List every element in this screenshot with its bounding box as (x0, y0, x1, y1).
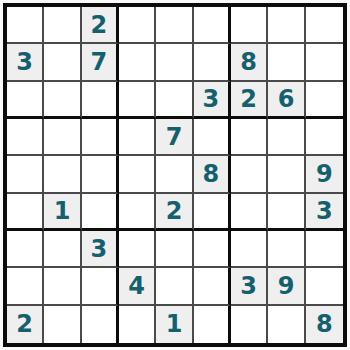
cell-r9c3[interactable] (82, 306, 119, 343)
cell-r3c8[interactable]: 6 (268, 82, 305, 119)
cell-r4c1[interactable] (7, 119, 44, 156)
cell-r7c2[interactable] (44, 231, 81, 268)
cell-r1c2[interactable] (44, 7, 81, 44)
cell-r8c4[interactable]: 4 (119, 268, 156, 305)
cell-r9c9[interactable]: 8 (306, 306, 343, 343)
cell-r1c9[interactable] (306, 7, 343, 44)
cell-r3c3[interactable] (82, 82, 119, 119)
cell-r9c4[interactable] (119, 306, 156, 343)
cell-r1c8[interactable] (268, 7, 305, 44)
cell-r9c5[interactable]: 1 (156, 306, 193, 343)
cell-r5c8[interactable] (268, 156, 305, 193)
cell-r9c2[interactable] (44, 306, 81, 343)
sudoku-board: 23783267891233439218 (3, 3, 347, 347)
given-digit: 7 (90, 50, 107, 74)
cell-r8c6[interactable] (194, 268, 231, 305)
given-digit: 2 (16, 312, 33, 336)
cell-r6c9[interactable]: 3 (306, 194, 343, 231)
cell-r5c9[interactable]: 9 (306, 156, 343, 193)
cell-r2c8[interactable] (268, 44, 305, 81)
cell-r2c1[interactable]: 3 (7, 44, 44, 81)
cell-r6c3[interactable] (82, 194, 119, 231)
cell-r9c8[interactable] (268, 306, 305, 343)
cell-r5c6[interactable]: 8 (194, 156, 231, 193)
cell-r5c2[interactable] (44, 156, 81, 193)
cell-r6c5[interactable]: 2 (156, 194, 193, 231)
cell-r1c1[interactable] (7, 7, 44, 44)
cell-r4c3[interactable] (82, 119, 119, 156)
given-digit: 9 (316, 162, 333, 186)
given-digit: 2 (166, 199, 183, 223)
cell-r2c2[interactable] (44, 44, 81, 81)
cell-r5c4[interactable] (119, 156, 156, 193)
cell-r5c5[interactable] (156, 156, 193, 193)
cell-r3c7[interactable]: 2 (231, 82, 268, 119)
cell-r7c4[interactable] (119, 231, 156, 268)
cell-r4c6[interactable] (194, 119, 231, 156)
cell-r7c1[interactable] (7, 231, 44, 268)
cell-r2c5[interactable] (156, 44, 193, 81)
cell-r1c7[interactable] (231, 7, 268, 44)
cell-r2c3[interactable]: 7 (82, 44, 119, 81)
cell-r4c9[interactable] (306, 119, 343, 156)
cell-r7c9[interactable] (306, 231, 343, 268)
cell-r8c3[interactable] (82, 268, 119, 305)
cell-r8c9[interactable] (306, 268, 343, 305)
cell-r9c6[interactable] (194, 306, 231, 343)
cell-r4c4[interactable] (119, 119, 156, 156)
given-digit: 1 (54, 199, 71, 223)
cell-r6c6[interactable] (194, 194, 231, 231)
cell-r3c4[interactable] (119, 82, 156, 119)
cell-r4c8[interactable] (268, 119, 305, 156)
cell-r6c1[interactable] (7, 194, 44, 231)
cell-r7c6[interactable] (194, 231, 231, 268)
cell-r7c5[interactable] (156, 231, 193, 268)
given-digit: 6 (278, 87, 295, 111)
cell-r2c7[interactable]: 8 (231, 44, 268, 81)
given-digit: 2 (90, 13, 107, 37)
cell-r8c1[interactable] (7, 268, 44, 305)
given-digit: 8 (240, 50, 257, 74)
cell-r3c2[interactable] (44, 82, 81, 119)
given-digit: 3 (202, 87, 219, 111)
cell-r7c7[interactable] (231, 231, 268, 268)
cell-r5c3[interactable] (82, 156, 119, 193)
cell-r6c2[interactable]: 1 (44, 194, 81, 231)
given-digit: 9 (278, 274, 295, 298)
cell-r1c3[interactable]: 2 (82, 7, 119, 44)
cell-r8c7[interactable]: 3 (231, 268, 268, 305)
cell-r7c8[interactable] (268, 231, 305, 268)
cell-r3c9[interactable] (306, 82, 343, 119)
cell-r3c1[interactable] (7, 82, 44, 119)
cell-r4c5[interactable]: 7 (156, 119, 193, 156)
given-digit: 3 (90, 237, 107, 261)
cell-r2c6[interactable] (194, 44, 231, 81)
given-digit: 8 (316, 312, 333, 336)
cell-r3c6[interactable]: 3 (194, 82, 231, 119)
cell-r6c4[interactable] (119, 194, 156, 231)
given-digit: 8 (202, 162, 219, 186)
cell-r8c5[interactable] (156, 268, 193, 305)
cell-r4c2[interactable] (44, 119, 81, 156)
given-digit: 3 (240, 274, 257, 298)
given-digit: 3 (16, 50, 33, 74)
cell-r5c1[interactable] (7, 156, 44, 193)
cell-r1c6[interactable] (194, 7, 231, 44)
cell-r8c2[interactable] (44, 268, 81, 305)
cell-r5c7[interactable] (231, 156, 268, 193)
cell-r6c7[interactable] (231, 194, 268, 231)
cell-r8c8[interactable]: 9 (268, 268, 305, 305)
cell-r1c5[interactable] (156, 7, 193, 44)
cell-r2c4[interactable] (119, 44, 156, 81)
cell-r6c8[interactable] (268, 194, 305, 231)
cell-r4c7[interactable] (231, 119, 268, 156)
cell-r2c9[interactable] (306, 44, 343, 81)
given-digit: 4 (128, 274, 145, 298)
given-digit: 1 (166, 312, 183, 336)
given-digit: 3 (316, 199, 333, 223)
cell-r9c7[interactable] (231, 306, 268, 343)
given-digit: 7 (166, 125, 183, 149)
cell-r9c1[interactable]: 2 (7, 306, 44, 343)
given-digit: 2 (240, 87, 257, 111)
sudoku-page: 23783267891233439218 (0, 0, 350, 350)
cell-r3c5[interactable] (156, 82, 193, 119)
cell-r7c3[interactable]: 3 (82, 231, 119, 268)
cell-r1c4[interactable] (119, 7, 156, 44)
